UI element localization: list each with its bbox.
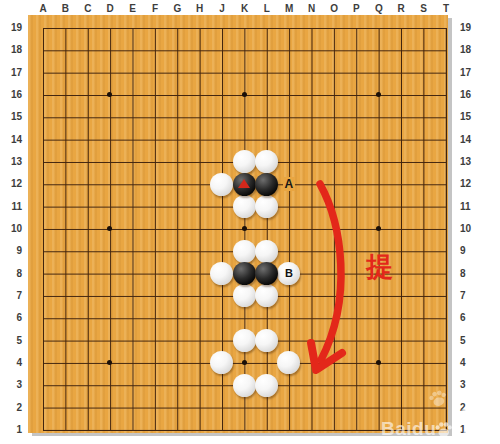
- row-label: 3: [460, 380, 466, 390]
- column-label: C: [84, 4, 91, 14]
- row-label: 11: [2, 202, 22, 212]
- white-stone: [255, 329, 278, 352]
- star-point: [376, 226, 381, 231]
- row-label: 15: [460, 112, 471, 122]
- column-label: J: [219, 4, 225, 14]
- go-capture-tutorial-image: { "game": "go", "board": { "size": 19, "…: [0, 0, 500, 444]
- row-label: 5: [460, 336, 466, 346]
- baidu-jingyan-watermark: Baidu 经验: [381, 408, 500, 444]
- row-label: 7: [460, 291, 466, 301]
- white-stone: [255, 240, 278, 263]
- column-label: P: [353, 4, 360, 14]
- row-label: 19: [2, 23, 22, 33]
- white-stone: [255, 374, 278, 397]
- row-label: 6: [2, 313, 22, 323]
- row-label: 8: [460, 269, 466, 279]
- row-label: 8: [2, 269, 22, 279]
- watermark-brand: Baidu: [381, 418, 436, 440]
- row-label: 10: [2, 224, 22, 234]
- black-stone: [255, 173, 278, 196]
- row-label: 9: [460, 246, 466, 256]
- row-label: 14: [460, 135, 471, 145]
- white-stone: [233, 150, 256, 173]
- star-point: [242, 360, 247, 365]
- column-label: B: [62, 4, 69, 14]
- row-label: 12: [460, 179, 471, 189]
- column-label: S: [420, 4, 427, 14]
- white-stone: [210, 262, 233, 285]
- black-stone: [255, 262, 278, 285]
- star-point: [242, 92, 247, 97]
- white-stone: [255, 195, 278, 218]
- row-label: 5: [2, 336, 22, 346]
- row-label: 4: [460, 358, 466, 368]
- white-stone: [233, 329, 256, 352]
- white-stone: B: [277, 262, 300, 285]
- row-label: 18: [2, 45, 22, 55]
- stone-grid: BA: [32, 17, 457, 441]
- column-label: T: [443, 4, 449, 14]
- white-stone: [233, 374, 256, 397]
- stone-label: B: [285, 267, 293, 279]
- white-stone: [255, 284, 278, 307]
- black-stone: [233, 173, 256, 196]
- black-stone: [233, 262, 256, 285]
- column-label: Q: [375, 4, 383, 14]
- row-label: 1: [2, 425, 22, 435]
- row-label: 10: [460, 224, 471, 234]
- row-label: 2: [2, 403, 22, 413]
- column-label: R: [398, 4, 405, 14]
- star-point: [242, 226, 247, 231]
- row-label: 12: [2, 179, 22, 189]
- star-point: [107, 360, 112, 365]
- row-label: 13: [2, 157, 22, 167]
- triangle-marker: [238, 179, 250, 188]
- row-label: 16: [2, 90, 22, 100]
- row-label: 18: [460, 45, 471, 55]
- white-stone: [210, 351, 233, 374]
- white-stone: [233, 284, 256, 307]
- row-label: 14: [2, 135, 22, 145]
- column-label: F: [152, 4, 158, 14]
- star-point: [376, 360, 381, 365]
- row-label: 4: [2, 358, 22, 368]
- column-label: G: [173, 4, 181, 14]
- star-point: [107, 226, 112, 231]
- star-point: [376, 92, 381, 97]
- row-label: 19: [460, 23, 471, 33]
- white-stone: [233, 240, 256, 263]
- white-stone: [277, 351, 300, 374]
- row-label: 16: [460, 90, 471, 100]
- column-label: O: [330, 4, 338, 14]
- column-label: A: [39, 4, 46, 14]
- column-label: E: [129, 4, 136, 14]
- white-stone: [255, 150, 278, 173]
- column-label: L: [264, 4, 270, 14]
- column-label: H: [196, 4, 203, 14]
- star-point: [107, 92, 112, 97]
- row-label: 7: [2, 291, 22, 301]
- capture-label: 提: [366, 249, 393, 285]
- row-label: 6: [460, 313, 466, 323]
- paw-print-icon: [434, 417, 453, 441]
- row-label: 13: [460, 157, 471, 167]
- column-label: D: [107, 4, 114, 14]
- row-label: 11: [460, 202, 471, 212]
- white-stone: [233, 195, 256, 218]
- row-label: 17: [460, 68, 471, 78]
- go-board: BA: [28, 15, 448, 433]
- row-label: 15: [2, 112, 22, 122]
- row-label: 3: [2, 380, 22, 390]
- point-label: A: [283, 177, 296, 191]
- watermark-badge: [481, 421, 500, 437]
- watermark-brand-cn: 经验: [455, 408, 481, 444]
- white-stone: [210, 173, 233, 196]
- row-label: 17: [2, 68, 22, 78]
- column-label: M: [285, 4, 293, 14]
- column-label: N: [308, 4, 315, 14]
- column-label: K: [241, 4, 248, 14]
- row-label: 9: [2, 246, 22, 256]
